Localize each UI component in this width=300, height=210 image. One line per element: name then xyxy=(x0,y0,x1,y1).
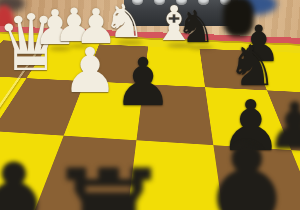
piece-shadow xyxy=(49,46,71,51)
chess-game-photo: ♛♟♟♟♞♝♞♟♞♟♟♟♟♟♜♟ xyxy=(0,0,300,210)
clock-button xyxy=(132,0,143,5)
square xyxy=(125,140,226,210)
piece-shadow xyxy=(16,74,56,82)
black-piece-by-clock xyxy=(223,0,254,37)
piece-shadow xyxy=(240,151,276,159)
clock-button xyxy=(154,0,165,5)
square xyxy=(144,46,205,86)
piece-shadow xyxy=(117,40,143,45)
piece-shadow xyxy=(238,90,278,99)
clock-button xyxy=(198,0,209,5)
piece-shadow xyxy=(81,95,111,101)
chess-clock xyxy=(124,0,238,26)
clock-button xyxy=(176,0,187,5)
piece-shadow xyxy=(69,44,89,48)
piece-shadow xyxy=(133,109,167,116)
piece-shadow xyxy=(189,45,213,50)
